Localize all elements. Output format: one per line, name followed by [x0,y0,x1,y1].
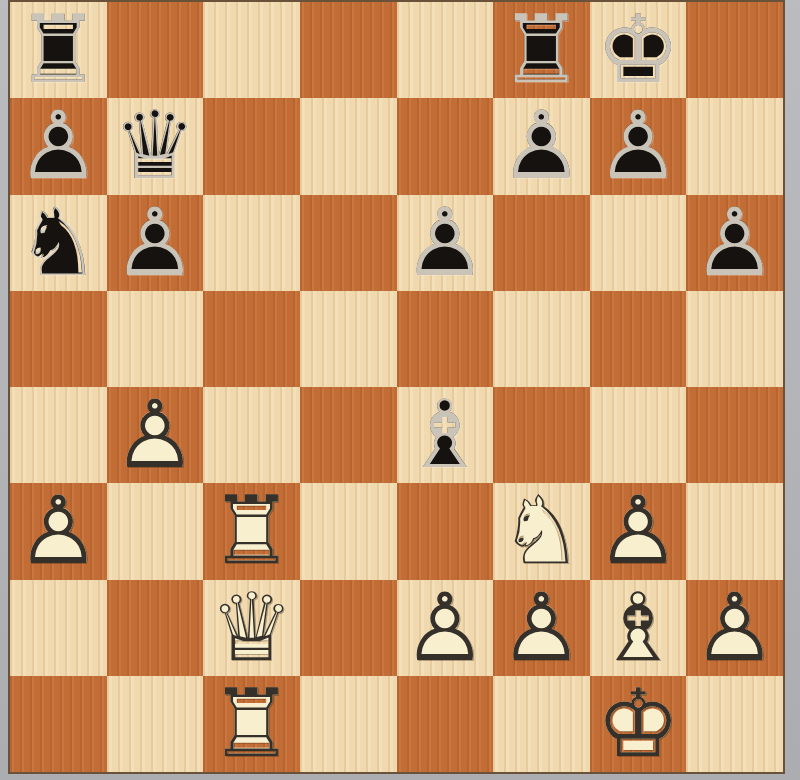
square-a1[interactable] [10,676,107,772]
black-pawn: ♟♙ [10,98,107,194]
square-g6[interactable] [590,195,687,291]
piece-outline-glyph: ♗ [596,581,680,675]
piece-outline-glyph: ♖ [16,3,100,97]
square-h7[interactable] [686,98,783,194]
square-g1[interactable]: ♚♔ [590,676,687,772]
white-pawn: ♟♙ [107,387,204,483]
square-e5[interactable] [397,291,494,387]
square-d8[interactable] [300,2,397,98]
square-e3[interactable] [397,483,494,579]
square-f2[interactable]: ♟♙ [493,580,590,676]
square-d6[interactable] [300,195,397,291]
square-h8[interactable] [686,2,783,98]
square-c7[interactable] [203,98,300,194]
square-g4[interactable] [590,387,687,483]
black-rook: ♜♖ [493,2,590,98]
black-pawn: ♟♙ [107,195,204,291]
square-e2[interactable]: ♟♙ [397,580,494,676]
piece-outline-glyph: ♔ [596,3,680,97]
black-pawn: ♟♙ [397,195,494,291]
black-queen: ♛♕ [107,98,204,194]
piece-outline-glyph: ♕ [209,581,293,675]
square-h3[interactable] [686,483,783,579]
square-b6[interactable]: ♟♙ [107,195,204,291]
piece-outline-glyph: ♙ [499,99,583,193]
square-e6[interactable]: ♟♙ [397,195,494,291]
square-b8[interactable] [107,2,204,98]
black-bishop: ♝♗ [397,387,494,483]
piece-outline-glyph: ♙ [596,484,680,578]
square-e7[interactable] [397,98,494,194]
piece-outline-glyph: ♗ [403,388,487,482]
square-f7[interactable]: ♟♙ [493,98,590,194]
white-pawn: ♟♙ [590,483,687,579]
square-b5[interactable] [107,291,204,387]
white-rook: ♜♖ [203,676,300,772]
square-d4[interactable] [300,387,397,483]
piece-outline-glyph: ♙ [403,581,487,675]
white-pawn: ♟♙ [493,580,590,676]
piece-outline-glyph: ♕ [113,99,197,193]
black-rook: ♜♖ [10,2,107,98]
black-king: ♚♔ [590,2,687,98]
piece-outline-glyph: ♘ [499,484,583,578]
piece-outline-glyph: ♙ [693,581,777,675]
square-e1[interactable] [397,676,494,772]
square-a3[interactable]: ♟♙ [10,483,107,579]
piece-outline-glyph: ♘ [16,196,100,290]
square-h5[interactable] [686,291,783,387]
white-bishop: ♝♗ [590,580,687,676]
piece-outline-glyph: ♖ [499,3,583,97]
square-f4[interactable] [493,387,590,483]
square-c1[interactable]: ♜♖ [203,676,300,772]
piece-outline-glyph: ♙ [113,388,197,482]
square-c5[interactable] [203,291,300,387]
square-a2[interactable] [10,580,107,676]
square-b4[interactable]: ♟♙ [107,387,204,483]
square-b3[interactable] [107,483,204,579]
square-d1[interactable] [300,676,397,772]
white-queen: ♛♕ [203,580,300,676]
square-g7[interactable]: ♟♙ [590,98,687,194]
square-d3[interactable] [300,483,397,579]
piece-outline-glyph: ♔ [596,677,680,771]
square-f5[interactable] [493,291,590,387]
piece-outline-glyph: ♙ [693,196,777,290]
square-a7[interactable]: ♟♙ [10,98,107,194]
white-pawn: ♟♙ [686,580,783,676]
square-h4[interactable] [686,387,783,483]
square-c6[interactable] [203,195,300,291]
square-f1[interactable] [493,676,590,772]
square-a8[interactable]: ♜♖ [10,2,107,98]
square-c8[interactable] [203,2,300,98]
square-d5[interactable] [300,291,397,387]
screenshot-root: ♜♖♜♖♚♔♟♙♛♕♟♙♟♙♞♘♟♙♟♙♟♙♟♙♝♗♟♙♜♖♞♘♟♙♛♕♟♙♟♙… [0,0,800,780]
square-f6[interactable] [493,195,590,291]
square-a5[interactable] [10,291,107,387]
square-g3[interactable]: ♟♙ [590,483,687,579]
square-b2[interactable] [107,580,204,676]
black-pawn: ♟♙ [686,195,783,291]
square-c3[interactable]: ♜♖ [203,483,300,579]
square-b1[interactable] [107,676,204,772]
square-e8[interactable] [397,2,494,98]
chess-board: ♜♖♜♖♚♔♟♙♛♕♟♙♟♙♞♘♟♙♟♙♟♙♟♙♝♗♟♙♜♖♞♘♟♙♛♕♟♙♟♙… [8,0,785,774]
square-c2[interactable]: ♛♕ [203,580,300,676]
square-g2[interactable]: ♝♗ [590,580,687,676]
piece-outline-glyph: ♙ [16,99,100,193]
piece-outline-glyph: ♙ [16,484,100,578]
square-h6[interactable]: ♟♙ [686,195,783,291]
square-h2[interactable]: ♟♙ [686,580,783,676]
square-a4[interactable] [10,387,107,483]
square-g8[interactable]: ♚♔ [590,2,687,98]
square-h1[interactable] [686,676,783,772]
square-b7[interactable]: ♛♕ [107,98,204,194]
white-king: ♚♔ [590,676,687,772]
square-f3[interactable]: ♞♘ [493,483,590,579]
black-pawn: ♟♙ [493,98,590,194]
piece-outline-glyph: ♙ [403,196,487,290]
black-knight: ♞♘ [10,195,107,291]
square-g5[interactable] [590,291,687,387]
square-d2[interactable] [300,580,397,676]
white-pawn: ♟♙ [10,483,107,579]
square-c4[interactable] [203,387,300,483]
piece-outline-glyph: ♖ [209,677,293,771]
square-a6[interactable]: ♞♘ [10,195,107,291]
white-knight: ♞♘ [493,483,590,579]
square-e4[interactable]: ♝♗ [397,387,494,483]
piece-outline-glyph: ♖ [209,484,293,578]
black-pawn: ♟♙ [590,98,687,194]
piece-outline-glyph: ♙ [113,196,197,290]
white-pawn: ♟♙ [397,580,494,676]
square-f8[interactable]: ♜♖ [493,2,590,98]
square-d7[interactable] [300,98,397,194]
piece-outline-glyph: ♙ [596,99,680,193]
white-rook: ♜♖ [203,483,300,579]
piece-outline-glyph: ♙ [499,581,583,675]
